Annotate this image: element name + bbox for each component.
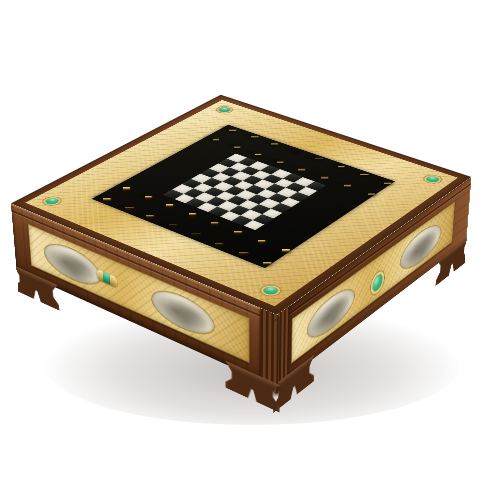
drawer-pull xyxy=(97,269,118,288)
chess-set-photo: ♜♞♝♛♚♝♞♜♟♟♟♟♟♟♟♟♟♟♟♟♟♟♟♟♜♞♝♛♚♝♞♜ xyxy=(0,0,500,500)
chess-piece-glyph: ♟ xyxy=(338,174,398,197)
chess-piece-glyph: ♜ xyxy=(231,239,296,267)
malachite-gem-far-corner xyxy=(216,106,232,113)
drawer-pull-green-gem xyxy=(103,272,110,285)
malachite-cabochon xyxy=(372,271,383,294)
etched-oval-scene xyxy=(399,216,442,278)
malachite-gem-right-corner xyxy=(424,175,442,183)
chess-case: ♜♞♝♛♚♝♞♜♟♟♟♟♟♟♟♟♟♟♟♟♟♟♟♟♜♞♝♛♚♝♞♜ xyxy=(11,95,472,315)
